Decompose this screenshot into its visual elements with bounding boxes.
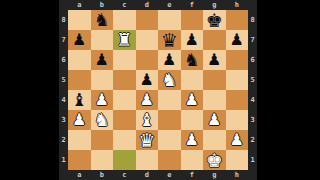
- file-label-a: a: [68, 0, 91, 10]
- piece-white-pawn[interactable]: ♟: [230, 132, 244, 148]
- square-e4[interactable]: [158, 90, 181, 110]
- piece-white-pawn[interactable]: ♟: [207, 112, 221, 128]
- square-b1[interactable]: [91, 150, 114, 170]
- rank-label-6: 6: [248, 50, 257, 70]
- piece-black-pawn[interactable]: ♟: [185, 32, 199, 48]
- square-g5[interactable]: [203, 70, 226, 90]
- square-g1[interactable]: ♚: [203, 150, 226, 170]
- rank-labels-right: 87654321: [248, 10, 257, 170]
- rank-label-7: 7: [248, 30, 257, 50]
- piece-white-knight[interactable]: ♞: [94, 111, 110, 129]
- rank-label-3: 3: [248, 110, 257, 130]
- rank-label-5: 5: [248, 70, 257, 90]
- square-g2[interactable]: [203, 130, 226, 150]
- piece-white-knight[interactable]: ♞: [161, 71, 177, 89]
- square-d4[interactable]: ♟: [136, 90, 159, 110]
- rank-label-1: 1: [248, 150, 257, 170]
- rank-label-1: 1: [59, 150, 68, 170]
- file-label-h: h: [226, 170, 249, 180]
- file-label-d: d: [136, 0, 159, 10]
- square-g6[interactable]: ♟: [203, 50, 226, 70]
- file-label-f: f: [181, 170, 204, 180]
- chess-board[interactable]: ♞♚♟♜♛♟♟♟♟♞♟♟♞♝♟♟♟♟♞♝♟♛♟♟♚: [68, 10, 248, 170]
- square-e5[interactable]: ♞: [158, 70, 181, 90]
- square-h1[interactable]: [226, 150, 249, 170]
- square-e8[interactable]: [158, 10, 181, 30]
- square-d5[interactable]: ♟: [136, 70, 159, 90]
- rank-label-5: 5: [59, 70, 68, 90]
- rank-label-8: 8: [248, 10, 257, 30]
- piece-black-king[interactable]: ♚: [206, 10, 223, 29]
- square-f4[interactable]: ♟: [181, 90, 204, 110]
- piece-black-pawn[interactable]: ♟: [95, 52, 109, 68]
- piece-white-pawn[interactable]: ♟: [72, 112, 86, 128]
- square-b5[interactable]: [91, 70, 114, 90]
- square-h2[interactable]: ♟: [226, 130, 249, 150]
- rank-label-6: 6: [59, 50, 68, 70]
- square-a5[interactable]: [68, 70, 91, 90]
- screenshot-stage: abcdefgh 87654321 ♞♚♟♜♛♟♟♟♟♞♟♟♞♝♟♟♟♟♞♝♟♛…: [0, 0, 320, 180]
- file-label-c: c: [113, 0, 136, 10]
- square-c1[interactable]: [113, 150, 136, 170]
- square-a6[interactable]: [68, 50, 91, 70]
- square-b4[interactable]: ♟: [91, 90, 114, 110]
- file-label-g: g: [203, 0, 226, 10]
- square-h3[interactable]: [226, 110, 249, 130]
- piece-black-bishop[interactable]: ♝: [71, 91, 87, 109]
- square-b3[interactable]: ♞: [91, 110, 114, 130]
- rank-label-4: 4: [248, 90, 257, 110]
- piece-black-queen[interactable]: ♛: [161, 30, 178, 49]
- square-c5[interactable]: [113, 70, 136, 90]
- file-label-b: b: [91, 170, 114, 180]
- square-a2[interactable]: [68, 130, 91, 150]
- rank-label-7: 7: [59, 30, 68, 50]
- piece-white-bishop[interactable]: ♝: [139, 111, 155, 129]
- square-d2[interactable]: ♛: [136, 130, 159, 150]
- file-label-e: e: [158, 170, 181, 180]
- square-f7[interactable]: ♟: [181, 30, 204, 50]
- piece-white-pawn[interactable]: ♟: [95, 92, 109, 108]
- piece-white-pawn[interactable]: ♟: [140, 92, 154, 108]
- chess-board-frame: abcdefgh 87654321 ♞♚♟♜♛♟♟♟♟♞♟♟♞♝♟♟♟♟♞♝♟♛…: [59, 0, 257, 180]
- square-b6[interactable]: ♟: [91, 50, 114, 70]
- square-g3[interactable]: ♟: [203, 110, 226, 130]
- square-d8[interactable]: [136, 10, 159, 30]
- file-label-d: d: [136, 170, 159, 180]
- square-f8[interactable]: [181, 10, 204, 30]
- piece-white-queen[interactable]: ♛: [138, 130, 155, 149]
- square-c4[interactable]: [113, 90, 136, 110]
- rank-label-2: 2: [59, 130, 68, 150]
- piece-white-king[interactable]: ♚: [206, 150, 223, 169]
- square-g4[interactable]: [203, 90, 226, 110]
- file-label-g: g: [203, 170, 226, 180]
- square-a3[interactable]: ♟: [68, 110, 91, 130]
- rank-label-4: 4: [59, 90, 68, 110]
- square-e7[interactable]: ♛: [158, 30, 181, 50]
- square-h5[interactable]: [226, 70, 249, 90]
- square-e6[interactable]: ♟: [158, 50, 181, 70]
- piece-white-pawn[interactable]: ♟: [185, 132, 199, 148]
- square-e1[interactable]: [158, 150, 181, 170]
- file-labels-bottom: abcdefgh: [68, 170, 248, 180]
- file-label-a: a: [68, 170, 91, 180]
- square-h6[interactable]: [226, 50, 249, 70]
- square-h4[interactable]: [226, 90, 249, 110]
- square-b2[interactable]: [91, 130, 114, 150]
- piece-black-pawn[interactable]: ♟: [72, 32, 86, 48]
- square-b8[interactable]: ♞: [91, 10, 114, 30]
- square-c8[interactable]: [113, 10, 136, 30]
- square-c6[interactable]: [113, 50, 136, 70]
- square-a4[interactable]: ♝: [68, 90, 91, 110]
- square-a7[interactable]: ♟: [68, 30, 91, 50]
- piece-black-knight[interactable]: ♞: [94, 11, 110, 29]
- square-f5[interactable]: [181, 70, 204, 90]
- file-labels-top: abcdefgh: [68, 0, 248, 10]
- file-label-f: f: [181, 0, 204, 10]
- square-f6[interactable]: ♞: [181, 50, 204, 70]
- square-c2[interactable]: [113, 130, 136, 150]
- square-d7[interactable]: [136, 30, 159, 50]
- file-label-b: b: [91, 0, 114, 10]
- square-h8[interactable]: [226, 10, 249, 30]
- file-label-e: e: [158, 0, 181, 10]
- rank-label-3: 3: [59, 110, 68, 130]
- square-e2[interactable]: [158, 130, 181, 150]
- piece-black-pawn[interactable]: ♟: [162, 52, 176, 68]
- square-a8[interactable]: [68, 10, 91, 30]
- rank-label-2: 2: [248, 130, 257, 150]
- piece-black-pawn[interactable]: ♟: [140, 72, 154, 88]
- rank-labels-left: 87654321: [59, 10, 68, 170]
- square-c7[interactable]: ♜: [113, 30, 136, 50]
- square-d6[interactable]: [136, 50, 159, 70]
- square-h7[interactable]: ♟: [226, 30, 249, 50]
- file-label-c: c: [113, 170, 136, 180]
- rank-label-8: 8: [59, 10, 68, 30]
- square-d3[interactable]: ♝: [136, 110, 159, 130]
- piece-white-pawn[interactable]: ♟: [185, 92, 199, 108]
- square-f3[interactable]: [181, 110, 204, 130]
- square-f1[interactable]: [181, 150, 204, 170]
- file-label-h: h: [226, 0, 249, 10]
- piece-black-pawn[interactable]: ♟: [207, 52, 221, 68]
- square-c3[interactable]: [113, 110, 136, 130]
- piece-white-rook[interactable]: ♜: [116, 31, 132, 49]
- square-d1[interactable]: [136, 150, 159, 170]
- square-g7[interactable]: [203, 30, 226, 50]
- square-g8[interactable]: ♚: [203, 10, 226, 30]
- piece-black-knight[interactable]: ♞: [184, 51, 200, 69]
- square-a1[interactable]: [68, 150, 91, 170]
- square-e3[interactable]: [158, 110, 181, 130]
- piece-black-pawn[interactable]: ♟: [230, 32, 244, 48]
- square-b7[interactable]: [91, 30, 114, 50]
- square-f2[interactable]: ♟: [181, 130, 204, 150]
